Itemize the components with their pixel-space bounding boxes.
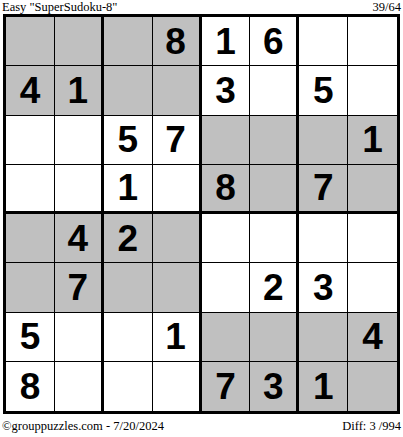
cell-r4c6 [250, 165, 299, 214]
cell-r7c5 [202, 313, 251, 362]
cell-r5c8 [348, 214, 397, 263]
cell-r7c3 [104, 313, 153, 362]
cell-r8c4 [153, 362, 202, 411]
cell-r7c4: 1 [153, 313, 202, 362]
cell-r5c7 [299, 214, 348, 263]
cell-r4c3: 1 [104, 165, 153, 214]
cell-r1c3 [104, 17, 153, 66]
cell-r6c8 [348, 263, 397, 312]
cell-r3c4: 7 [153, 116, 202, 165]
cell-r4c4 [153, 165, 202, 214]
cell-r1c2 [55, 17, 104, 66]
cell-r6c5 [202, 263, 251, 312]
page-number: 39/64 [373, 0, 401, 14]
cell-r6c6: 2 [250, 263, 299, 312]
cell-r8c2 [55, 362, 104, 411]
cell-r3c3: 5 [104, 116, 153, 165]
cell-r5c5 [202, 214, 251, 263]
cell-r3c6 [250, 116, 299, 165]
cell-r3c5 [202, 116, 251, 165]
difficulty-label: Diff: 3 /994 [342, 419, 401, 433]
cell-r7c6 [250, 313, 299, 362]
cell-r2c3 [104, 66, 153, 115]
cell-r8c8 [348, 362, 397, 411]
cell-r7c2 [55, 313, 104, 362]
header: Easy "SuperSudoku-8" 39/64 [2, 0, 401, 14]
cell-r1c6: 6 [250, 17, 299, 66]
cell-r1c1 [6, 17, 55, 66]
cell-r6c3 [104, 263, 153, 312]
cell-r7c8: 4 [348, 313, 397, 362]
cell-r6c2: 7 [55, 263, 104, 312]
cell-r6c4 [153, 263, 202, 312]
cell-r7c1: 5 [6, 313, 55, 362]
cell-r3c7 [299, 116, 348, 165]
cell-r5c2: 4 [55, 214, 104, 263]
cell-r1c7 [299, 17, 348, 66]
cell-r2c4 [153, 66, 202, 115]
sudoku-grid: 8164135571187427235148731 [3, 14, 400, 414]
cell-r3c1 [6, 116, 55, 165]
cell-r5c6 [250, 214, 299, 263]
cell-r2c8 [348, 66, 397, 115]
cell-r2c6 [250, 66, 299, 115]
cell-r8c1: 8 [6, 362, 55, 411]
cell-r5c1 [6, 214, 55, 263]
cell-r2c7: 5 [299, 66, 348, 115]
cell-r4c1 [6, 165, 55, 214]
cell-r8c7: 1 [299, 362, 348, 411]
cell-r3c2 [55, 116, 104, 165]
cell-r4c5: 8 [202, 165, 251, 214]
cell-r2c5: 3 [202, 66, 251, 115]
footer: ©grouppuzzles.com - 7/20/2024 Diff: 3 /9… [2, 419, 401, 433]
cell-r2c1: 4 [6, 66, 55, 115]
cell-r6c1 [6, 263, 55, 312]
cell-r8c3 [104, 362, 153, 411]
cell-r7c7 [299, 313, 348, 362]
cell-r5c4 [153, 214, 202, 263]
cell-r1c5: 1 [202, 17, 251, 66]
puzzle-title: Easy "SuperSudoku-8" [2, 0, 117, 14]
cell-r4c2 [55, 165, 104, 214]
cell-r4c7: 7 [299, 165, 348, 214]
cell-r2c2: 1 [55, 66, 104, 115]
cell-r8c5: 7 [202, 362, 251, 411]
copyright-date: ©grouppuzzles.com - 7/20/2024 [2, 419, 164, 433]
cell-r6c7: 3 [299, 263, 348, 312]
cell-r1c4: 8 [153, 17, 202, 66]
cell-r8c6: 3 [250, 362, 299, 411]
cell-r3c8: 1 [348, 116, 397, 165]
cell-r4c8 [348, 165, 397, 214]
cell-r5c3: 2 [104, 214, 153, 263]
cell-r1c8 [348, 17, 397, 66]
